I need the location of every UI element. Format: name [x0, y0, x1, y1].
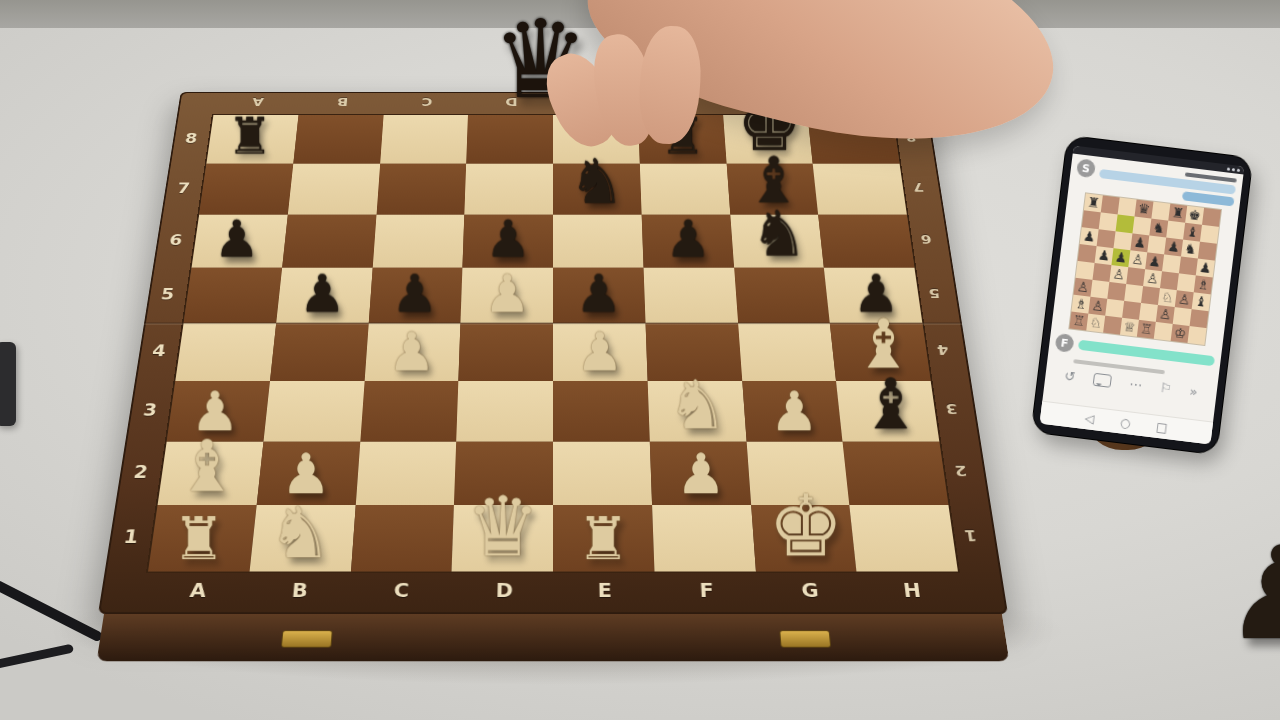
rank-label-left-7: 7 — [176, 181, 191, 197]
square-e7: ♞ — [553, 164, 641, 215]
app-black-pawn-a6[interactable]: ♟ — [1080, 227, 1099, 246]
chat-bubble-icon[interactable] — [1093, 373, 1112, 388]
board-frame: ♜♜♚♞♝♟♟♟♞♟♟♟♟♟♟♟♝♟♞♟♝♝♟♟♜♞♛♜♚ AABBCCDDEE… — [98, 92, 1008, 614]
file-label-top-C: C — [421, 96, 433, 109]
file-label-bottom-C: C — [393, 580, 409, 601]
app-black-pawn-b5[interactable]: ♟ — [1095, 246, 1114, 265]
square-c4: ♟ — [364, 323, 460, 381]
app-white-rook-a1[interactable]: ♖ — [1069, 312, 1088, 331]
square-h1 — [850, 505, 958, 571]
black-knight-e7: ♞ — [569, 150, 625, 212]
box-front-edge — [97, 614, 1010, 662]
square-c6 — [372, 215, 464, 268]
file-label-bottom-F: F — [699, 580, 714, 601]
white-rook-e1: ♜ — [577, 509, 630, 568]
white-king-g1: ♚ — [768, 483, 844, 568]
rank-label-left-4: 4 — [151, 342, 167, 360]
app-square-g4[interactable] — [1177, 273, 1196, 292]
black-knight-g6: ♞ — [750, 202, 807, 265]
file-label-bottom-H: H — [902, 580, 922, 601]
app-black-pawn-f6[interactable]: ♟ — [1164, 238, 1183, 257]
menu-dots-icon[interactable]: ⋯ — [1128, 376, 1143, 392]
chess-board: ♜♜♚♞♝♟♟♟♞♟♟♟♟♟♟♟♝♟♞♟♝♝♟♟♜♞♛♜♚ AABBCCDDEE… — [90, 92, 1015, 662]
black-bishop-h3: ♝ — [859, 369, 921, 438]
file-label-bottom-D: D — [496, 580, 514, 601]
app-black-pawn-e5[interactable]: ♟ — [1145, 252, 1164, 271]
app-black-pawn-h5[interactable]: ♟ — [1196, 259, 1215, 278]
square-d1: ♛ — [452, 505, 553, 571]
square-c2 — [355, 442, 456, 505]
app-square-a4[interactable] — [1076, 261, 1095, 280]
white-pawn-e4: ♟ — [576, 325, 624, 378]
captured-black-pawn: ♟ — [1224, 530, 1280, 658]
square-d8 — [466, 115, 553, 164]
app-black-rook-a8[interactable]: ♜ — [1084, 193, 1103, 212]
square-e2 — [553, 442, 652, 505]
app-square-h2[interactable] — [1190, 309, 1209, 328]
rank-label-right-2: 2 — [954, 462, 968, 479]
app-square-b6[interactable] — [1097, 229, 1116, 248]
square-h3: ♝ — [836, 381, 939, 442]
app-square-f4[interactable] — [1160, 271, 1179, 290]
square-g3: ♟ — [742, 381, 843, 442]
square-d5: ♟ — [461, 268, 553, 323]
square-a6: ♟ — [192, 215, 288, 268]
square-b8 — [293, 115, 383, 164]
rank-label-right-6: 6 — [920, 232, 933, 246]
square-a4 — [175, 323, 276, 381]
square-g1: ♚ — [751, 505, 857, 571]
brass-hinge-left — [280, 630, 332, 647]
square-b7 — [288, 164, 380, 215]
rank-label-right-4: 4 — [936, 342, 950, 358]
file-label-top-B: B — [336, 96, 348, 109]
app-square-h8[interactable] — [1202, 208, 1221, 227]
square-g5 — [734, 268, 830, 323]
app-square-g2[interactable] — [1173, 307, 1192, 326]
square-h6 — [818, 215, 914, 268]
white-queen-d1: ♛ — [465, 485, 539, 568]
rank-label-left-1: 1 — [122, 527, 139, 547]
rank-label-right-3: 3 — [945, 401, 959, 417]
app-white-knight-b1[interactable]: ♘ — [1086, 314, 1105, 333]
square-d7 — [465, 164, 553, 215]
square-e1: ♜ — [553, 505, 654, 571]
white-pawn-g3: ♟ — [770, 384, 819, 438]
app-square-b3[interactable] — [1090, 280, 1109, 299]
app-white-pawn-b2[interactable]: ♙ — [1088, 297, 1107, 316]
app-square-a5[interactable] — [1078, 244, 1097, 263]
square-a1: ♜ — [148, 505, 256, 571]
white-knight-b1: ♞ — [268, 497, 332, 568]
app-white-pawn-d5[interactable]: ♙ — [1128, 250, 1147, 269]
app-square-c8[interactable] — [1118, 198, 1137, 217]
square-a8: ♜ — [206, 115, 298, 164]
app-black-king-g8[interactable]: ♚ — [1185, 206, 1204, 225]
rank-label-left-6: 6 — [168, 232, 183, 248]
black-pawn-b5: ♟ — [299, 268, 346, 320]
app-square-d2[interactable] — [1122, 301, 1141, 320]
square-c7 — [376, 164, 466, 215]
app-square-h7[interactable] — [1200, 225, 1219, 244]
app-white-pawn-a3[interactable]: ♙ — [1074, 278, 1093, 297]
black-pawn-a6: ♟ — [214, 214, 260, 265]
app-square-f1[interactable] — [1154, 322, 1173, 341]
square-f6: ♟ — [641, 215, 733, 268]
android-back-icon[interactable]: ◁ — [1084, 411, 1095, 426]
black-pawn-f6: ♟ — [666, 214, 712, 265]
app-square-c7[interactable] — [1116, 214, 1135, 233]
square-h7 — [813, 164, 907, 215]
square-b5: ♟ — [276, 268, 372, 323]
app-square-c2[interactable] — [1105, 299, 1124, 318]
square-e5: ♟ — [553, 268, 645, 323]
app-black-knight-g6[interactable]: ♞ — [1181, 240, 1200, 259]
notification-bar[interactable] — [1099, 169, 1236, 195]
square-c5: ♟ — [368, 268, 462, 323]
white-rook-a1: ♜ — [173, 509, 226, 568]
square-b1: ♞ — [249, 505, 355, 571]
forward-icon[interactable]: » — [1189, 384, 1199, 400]
black-pawn-c5: ♟ — [391, 268, 438, 320]
app-black-queen-d8[interactable]: ♛ — [1135, 200, 1154, 219]
file-label-bottom-B: B — [291, 580, 309, 601]
flag-icon[interactable]: ⚐ — [1159, 380, 1172, 396]
android-recents-icon[interactable]: □ — [1155, 420, 1168, 435]
player-avatar: F — [1055, 333, 1075, 353]
square-a7 — [199, 164, 293, 215]
app-square-d3[interactable] — [1124, 284, 1143, 303]
square-g6: ♞ — [730, 215, 824, 268]
android-home-icon[interactable]: ○ — [1119, 415, 1131, 430]
app-black-bishop-g7[interactable]: ♝ — [1183, 223, 1202, 242]
app-black-knight-e7[interactable]: ♞ — [1149, 219, 1168, 238]
square-c3 — [360, 381, 459, 442]
app-chess-board[interactable]: ♜♛♜♚♞♝♟♟♟♞♟♟♙♟♟♙♙♗♙♘♙♝♗♙♙♖♘♕♖♔ — [1069, 193, 1221, 345]
square-a2: ♝ — [158, 442, 264, 505]
white-pawn-f2: ♟ — [676, 446, 726, 502]
opponent-avatar: S — [1076, 158, 1096, 178]
app-white-bishop-h4[interactable]: ♗ — [1194, 275, 1213, 294]
white-pawn-d5: ♟ — [484, 268, 531, 320]
app-square-e6[interactable] — [1147, 235, 1166, 254]
app-square-b7[interactable] — [1099, 212, 1118, 231]
fold-hinge-line — [144, 322, 962, 324]
brass-hinge-right — [779, 630, 831, 647]
app-square-c3[interactable] — [1107, 282, 1126, 301]
square-e4: ♟ — [553, 323, 647, 381]
square-c8 — [380, 115, 468, 164]
rank-label-left-5: 5 — [160, 286, 176, 303]
square-f1 — [652, 505, 756, 571]
white-knight-f3: ♞ — [667, 371, 728, 439]
square-h2 — [843, 442, 949, 505]
app-square-h1[interactable] — [1188, 326, 1207, 345]
file-label-bottom-G: G — [801, 580, 820, 601]
square-g4 — [738, 323, 837, 381]
app-white-pawn-f2[interactable]: ♙ — [1156, 305, 1175, 324]
square-f5 — [643, 268, 737, 323]
app-black-pawn-c5[interactable]: ♟ — [1111, 248, 1130, 267]
app-square-c1[interactable] — [1103, 316, 1122, 335]
file-label-bottom-A: A — [189, 580, 208, 601]
square-b4 — [270, 323, 369, 381]
square-c1 — [351, 505, 455, 571]
app-square-d7[interactable] — [1132, 217, 1151, 236]
app-square-f5[interactable] — [1162, 254, 1181, 273]
black-rook-a8: ♜ — [227, 111, 272, 162]
board-cable-plug — [0, 342, 16, 426]
rank-label-right-5: 5 — [928, 286, 941, 301]
rank-label-right-1: 1 — [963, 527, 978, 545]
rank-label-left-8: 8 — [184, 131, 198, 146]
square-d4 — [459, 323, 553, 381]
rank-label-right-7: 7 — [912, 181, 925, 195]
white-pawn-c4: ♟ — [388, 325, 436, 378]
black-pawn-e5: ♟ — [576, 268, 623, 320]
app-square-e2[interactable] — [1139, 303, 1158, 322]
app-square-e3[interactable] — [1141, 286, 1160, 305]
square-d6: ♟ — [463, 215, 553, 268]
black-pawn-d6: ♟ — [485, 214, 531, 265]
rank-label-left-2: 2 — [132, 462, 149, 481]
square-e3 — [553, 381, 650, 442]
square-f7 — [640, 164, 730, 215]
square-a5 — [184, 268, 282, 323]
app-white-pawn-g3[interactable]: ♙ — [1175, 290, 1194, 309]
square-b6 — [282, 215, 376, 268]
white-bishop-a2: ♝ — [176, 431, 240, 502]
board-grid: ♜♜♚♞♝♟♟♟♞♟♟♟♟♟♟♟♝♟♞♟♝♝♟♟♜♞♛♜♚ — [148, 115, 958, 571]
app-square-f7[interactable] — [1166, 221, 1185, 240]
square-e6 — [553, 215, 643, 268]
phone-screen: S ♜♛♜♚♞♝♟♟♟♞♟♟♙♟♟♙♙♗♙♘♙♝♗♙♙♖♘♕♖♔ F ↺ ⋯ ⚐… — [1040, 146, 1245, 445]
square-b3 — [263, 381, 364, 442]
app-square-b8[interactable] — [1101, 195, 1120, 214]
square-f3: ♞ — [647, 381, 746, 442]
app-square-h6[interactable] — [1198, 242, 1217, 261]
square-d3 — [456, 381, 553, 442]
rank-label-left-3: 3 — [142, 401, 158, 420]
rewind-icon[interactable]: ↺ — [1064, 368, 1077, 384]
phone: S ♜♛♜♚♞♝♟♟♟♞♟♟♙♟♟♙♙♗♙♘♙♝♗♙♙♖♘♕♖♔ F ↺ ⋯ ⚐… — [1032, 136, 1253, 454]
app-white-king-g1[interactable]: ♔ — [1171, 324, 1190, 343]
app-black-bishop-h3[interactable]: ♝ — [1192, 292, 1211, 311]
app-white-pawn-e4[interactable]: ♙ — [1143, 269, 1162, 288]
file-label-bottom-E: E — [597, 580, 612, 601]
file-label-top-A: A — [251, 96, 264, 109]
square-f2: ♟ — [650, 442, 751, 505]
app-square-d4[interactable] — [1126, 267, 1145, 286]
